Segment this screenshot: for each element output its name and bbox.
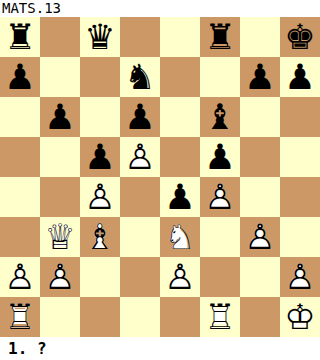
square-a3[interactable] [0,217,40,257]
square-a2[interactable]: ♟♙ [0,257,40,297]
square-g5[interactable] [240,137,280,177]
square-h3[interactable] [280,217,320,257]
square-f1[interactable]: ♜♖ [200,297,240,337]
square-e7[interactable] [160,57,200,97]
piece-white-bishop[interactable]: ♝♗ [80,217,120,257]
piece-black-knight[interactable]: ♞ [120,57,160,97]
square-h4[interactable] [280,177,320,217]
header-bar: MATS.13 [0,0,320,17]
square-e3[interactable]: ♞♘ [160,217,200,257]
square-h5[interactable] [280,137,320,177]
piece-black-pawn[interactable]: ♟ [40,97,80,137]
square-e2[interactable]: ♟♙ [160,257,200,297]
piece-white-pawn[interactable]: ♟♙ [120,137,160,177]
square-c7[interactable] [80,57,120,97]
piece-white-king[interactable]: ♚♔ [280,297,320,337]
square-h6[interactable] [280,97,320,137]
square-b3[interactable]: ♛♕ [40,217,80,257]
square-d1[interactable] [120,297,160,337]
square-a5[interactable] [0,137,40,177]
puzzle-title: MATS.13 [2,0,61,17]
square-g8[interactable] [240,17,280,57]
piece-black-pawn[interactable]: ♟ [200,137,240,177]
square-c6[interactable] [80,97,120,137]
square-b5[interactable] [40,137,80,177]
square-g1[interactable] [240,297,280,337]
piece-black-queen[interactable]: ♛ [80,17,120,57]
footer-bar: 1. ? [0,337,320,360]
square-f5[interactable]: ♟ [200,137,240,177]
piece-white-pawn[interactable]: ♟♙ [160,257,200,297]
piece-black-pawn[interactable]: ♟ [80,137,120,177]
square-d5[interactable]: ♟♙ [120,137,160,177]
piece-white-pawn[interactable]: ♟♙ [80,177,120,217]
square-c3[interactable]: ♝♗ [80,217,120,257]
piece-white-queen[interactable]: ♛♕ [40,217,80,257]
piece-black-pawn[interactable]: ♟ [240,57,280,97]
square-f3[interactable] [200,217,240,257]
piece-black-bishop[interactable]: ♝ [200,97,240,137]
square-g6[interactable] [240,97,280,137]
square-c5[interactable]: ♟ [80,137,120,177]
square-f6[interactable]: ♝ [200,97,240,137]
piece-black-pawn[interactable]: ♟ [160,177,200,217]
square-d2[interactable] [120,257,160,297]
chess-board: ♜♛♜♚♟♞♟♟♟♟♝♟♟♙♟♟♙♟♟♙♛♕♝♗♞♘♟♙♟♙♟♙♟♙♟♙♜♖♜♖… [0,17,320,337]
square-f4[interactable]: ♟♙ [200,177,240,217]
square-b4[interactable] [40,177,80,217]
square-b8[interactable] [40,17,80,57]
square-c4[interactable]: ♟♙ [80,177,120,217]
square-d8[interactable] [120,17,160,57]
square-d7[interactable]: ♞ [120,57,160,97]
piece-white-rook[interactable]: ♜♖ [0,297,40,337]
square-h7[interactable]: ♟ [280,57,320,97]
square-a1[interactable]: ♜♖ [0,297,40,337]
chess-app-window: MATS.13 ♜♛♜♚♟♞♟♟♟♟♝♟♟♙♟♟♙♟♟♙♛♕♝♗♞♘♟♙♟♙♟♙… [0,0,320,360]
square-a6[interactable] [0,97,40,137]
square-a4[interactable] [0,177,40,217]
move-prompt: 1. ? [8,339,47,358]
square-h1[interactable]: ♚♔ [280,297,320,337]
square-a7[interactable]: ♟ [0,57,40,97]
piece-black-pawn[interactable]: ♟ [280,57,320,97]
square-g7[interactable]: ♟ [240,57,280,97]
square-b1[interactable] [40,297,80,337]
piece-white-pawn[interactable]: ♟♙ [0,257,40,297]
square-e4[interactable]: ♟ [160,177,200,217]
piece-white-pawn[interactable]: ♟♙ [40,257,80,297]
square-h2[interactable]: ♟♙ [280,257,320,297]
square-e5[interactable] [160,137,200,177]
square-d6[interactable]: ♟ [120,97,160,137]
square-a8[interactable]: ♜ [0,17,40,57]
piece-white-rook[interactable]: ♜♖ [200,297,240,337]
square-f8[interactable]: ♜ [200,17,240,57]
piece-white-pawn[interactable]: ♟♙ [240,217,280,257]
piece-white-pawn[interactable]: ♟♙ [280,257,320,297]
square-e8[interactable] [160,17,200,57]
square-b2[interactable]: ♟♙ [40,257,80,297]
square-c1[interactable] [80,297,120,337]
piece-white-knight[interactable]: ♞♘ [160,217,200,257]
square-e6[interactable] [160,97,200,137]
square-b7[interactable] [40,57,80,97]
square-c2[interactable] [80,257,120,297]
piece-black-pawn[interactable]: ♟ [120,97,160,137]
piece-black-rook[interactable]: ♜ [0,17,40,57]
square-g2[interactable] [240,257,280,297]
piece-black-pawn[interactable]: ♟ [0,57,40,97]
square-g3[interactable]: ♟♙ [240,217,280,257]
piece-black-rook[interactable]: ♜ [200,17,240,57]
square-d4[interactable] [120,177,160,217]
square-e1[interactable] [160,297,200,337]
square-c8[interactable]: ♛ [80,17,120,57]
square-g4[interactable] [240,177,280,217]
square-d3[interactable] [120,217,160,257]
square-f2[interactable] [200,257,240,297]
piece-black-king[interactable]: ♚ [280,17,320,57]
piece-white-pawn[interactable]: ♟♙ [200,177,240,217]
square-f7[interactable] [200,57,240,97]
square-b6[interactable]: ♟ [40,97,80,137]
square-h8[interactable]: ♚ [280,17,320,57]
